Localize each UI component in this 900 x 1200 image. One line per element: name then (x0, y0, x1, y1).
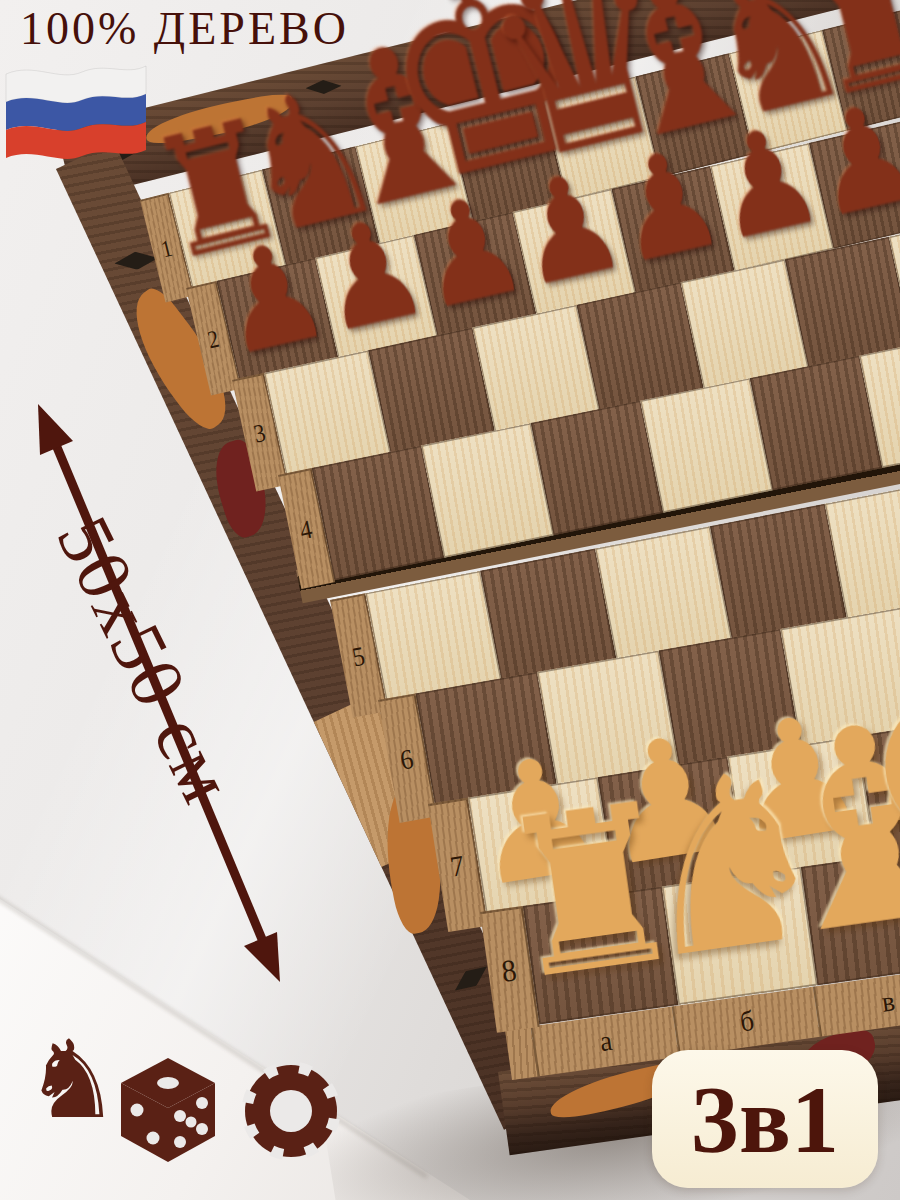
square-e4 (750, 356, 883, 491)
rank-row-8: 8♜♞♝♚♛♝♞♜ (480, 750, 900, 1033)
poker-chip-icon (242, 1062, 340, 1160)
set-count-badge: 3в1 (652, 1050, 878, 1188)
product-claim-title: 100% ДЕРЕВО (20, 2, 349, 55)
dice-icon (116, 1056, 220, 1166)
russia-flag-icon (0, 54, 152, 166)
square-a4 (312, 446, 445, 581)
chess-knight-icon: ♞ (24, 1026, 121, 1134)
square-b4 (421, 423, 554, 558)
square-d4 (640, 378, 773, 513)
set-count-label: 3в1 (691, 1064, 839, 1175)
game-icons: ♞ (0, 1020, 360, 1190)
frame-inlay-black-diamond (450, 959, 493, 997)
product-photo-canvas: абвгдежз1♜♞♝♚♛♝♞♜2♟♟♟♟♟♟♟♟34567♟♟♟♟♟♟♟♟8… (0, 0, 900, 1200)
square-c4 (531, 401, 664, 536)
